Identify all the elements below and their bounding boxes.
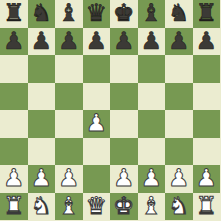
square-a4[interactable]	[0, 110, 28, 138]
square-e7[interactable]: ♟	[110, 28, 138, 56]
square-g4[interactable]	[165, 110, 193, 138]
square-g3[interactable]	[165, 138, 193, 166]
square-e5[interactable]	[110, 83, 138, 111]
square-a5[interactable]	[0, 83, 28, 111]
square-f3[interactable]	[138, 138, 166, 166]
piece-black-rook[interactable]: ♜	[3, 0, 25, 28]
square-f8[interactable]: ♝	[138, 0, 166, 28]
square-g5[interactable]	[165, 83, 193, 111]
square-c7[interactable]: ♟	[55, 28, 83, 56]
piece-white-rook[interactable]: ♜	[3, 193, 25, 221]
square-a8[interactable]: ♜	[0, 0, 28, 28]
piece-white-pawn[interactable]: ♟	[3, 165, 25, 193]
square-f5[interactable]	[138, 83, 166, 111]
square-h2[interactable]: ♟	[193, 165, 221, 193]
piece-white-bishop[interactable]: ♝	[140, 193, 162, 221]
square-d6[interactable]	[83, 55, 111, 83]
square-a3[interactable]	[0, 138, 28, 166]
square-h3[interactable]	[193, 138, 221, 166]
square-a1[interactable]: ♜	[0, 193, 28, 221]
piece-white-pawn[interactable]: ♟	[140, 165, 162, 193]
piece-white-rook[interactable]: ♜	[195, 193, 217, 221]
square-d1[interactable]: ♛	[83, 193, 111, 221]
square-f7[interactable]: ♟	[138, 28, 166, 56]
piece-black-knight[interactable]: ♞	[168, 0, 190, 28]
piece-black-bishop[interactable]: ♝	[140, 0, 162, 28]
square-c1[interactable]: ♝	[55, 193, 83, 221]
piece-black-queen[interactable]: ♛	[85, 0, 107, 28]
square-c8[interactable]: ♝	[55, 0, 83, 28]
piece-white-pawn[interactable]: ♟	[30, 165, 52, 193]
square-g7[interactable]: ♟	[165, 28, 193, 56]
square-h6[interactable]	[193, 55, 221, 83]
square-d8[interactable]: ♛	[83, 0, 111, 28]
piece-white-king[interactable]: ♚	[113, 193, 135, 221]
square-d7[interactable]: ♟	[83, 28, 111, 56]
square-f2[interactable]: ♟	[138, 165, 166, 193]
piece-black-pawn[interactable]: ♟	[168, 28, 190, 56]
square-b7[interactable]: ♟	[28, 28, 56, 56]
chess-board: ♜♞♝♛♚♝♞♜♟♟♟♟♟♟♟♟♟♟♟♟♟♟♟♟♜♞♝♛♚♝♞♜	[0, 0, 220, 220]
piece-black-rook[interactable]: ♜	[195, 0, 217, 28]
piece-white-pawn[interactable]: ♟	[195, 165, 217, 193]
square-e4[interactable]	[110, 110, 138, 138]
square-c2[interactable]: ♟	[55, 165, 83, 193]
square-b5[interactable]	[28, 83, 56, 111]
square-d4[interactable]: ♟	[83, 110, 111, 138]
square-g6[interactable]	[165, 55, 193, 83]
square-h7[interactable]: ♟	[193, 28, 221, 56]
square-f1[interactable]: ♝	[138, 193, 166, 221]
piece-black-pawn[interactable]: ♟	[140, 28, 162, 56]
piece-black-pawn[interactable]: ♟	[85, 28, 107, 56]
square-c4[interactable]	[55, 110, 83, 138]
square-c5[interactable]	[55, 83, 83, 111]
square-f4[interactable]	[138, 110, 166, 138]
square-e3[interactable]	[110, 138, 138, 166]
piece-black-pawn[interactable]: ♟	[3, 28, 25, 56]
square-b4[interactable]	[28, 110, 56, 138]
piece-black-bishop[interactable]: ♝	[58, 0, 80, 28]
square-e6[interactable]	[110, 55, 138, 83]
square-e1[interactable]: ♚	[110, 193, 138, 221]
square-d2[interactable]	[83, 165, 111, 193]
square-b8[interactable]: ♞	[28, 0, 56, 28]
piece-white-bishop[interactable]: ♝	[58, 193, 80, 221]
piece-white-knight[interactable]: ♞	[168, 193, 190, 221]
square-h1[interactable]: ♜	[193, 193, 221, 221]
square-b3[interactable]	[28, 138, 56, 166]
piece-black-knight[interactable]: ♞	[30, 0, 52, 28]
square-a6[interactable]	[0, 55, 28, 83]
piece-white-pawn[interactable]: ♟	[58, 165, 80, 193]
square-e8[interactable]: ♚	[110, 0, 138, 28]
square-b1[interactable]: ♞	[28, 193, 56, 221]
piece-white-pawn[interactable]: ♟	[168, 165, 190, 193]
piece-white-knight[interactable]: ♞	[30, 193, 52, 221]
square-c6[interactable]	[55, 55, 83, 83]
square-d5[interactable]	[83, 83, 111, 111]
square-e2[interactable]: ♟	[110, 165, 138, 193]
square-a2[interactable]: ♟	[0, 165, 28, 193]
piece-white-queen[interactable]: ♛	[85, 193, 107, 221]
square-g2[interactable]: ♟	[165, 165, 193, 193]
square-h4[interactable]	[193, 110, 221, 138]
piece-black-pawn[interactable]: ♟	[30, 28, 52, 56]
square-h5[interactable]	[193, 83, 221, 111]
square-b2[interactable]: ♟	[28, 165, 56, 193]
square-f6[interactable]	[138, 55, 166, 83]
square-c3[interactable]	[55, 138, 83, 166]
piece-black-pawn[interactable]: ♟	[113, 28, 135, 56]
piece-white-pawn[interactable]: ♟	[85, 110, 107, 138]
piece-black-king[interactable]: ♚	[113, 0, 135, 28]
piece-black-pawn[interactable]: ♟	[195, 28, 217, 56]
square-d3[interactable]	[83, 138, 111, 166]
square-h8[interactable]: ♜	[193, 0, 221, 28]
square-a7[interactable]: ♟	[0, 28, 28, 56]
piece-white-pawn[interactable]: ♟	[113, 165, 135, 193]
square-g8[interactable]: ♞	[165, 0, 193, 28]
piece-black-pawn[interactable]: ♟	[58, 28, 80, 56]
square-b6[interactable]	[28, 55, 56, 83]
square-g1[interactable]: ♞	[165, 193, 193, 221]
